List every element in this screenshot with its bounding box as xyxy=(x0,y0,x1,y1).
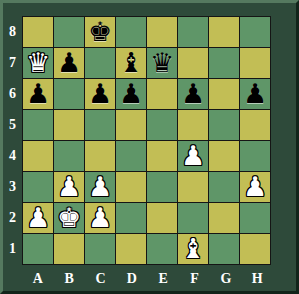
square-g7[interactable] xyxy=(209,48,239,78)
square-e6[interactable] xyxy=(147,79,177,109)
rank-label-8: 8 xyxy=(3,16,22,47)
black-king[interactable]: ♚ xyxy=(88,18,112,45)
square-g6[interactable] xyxy=(209,79,239,109)
white-pawn[interactable]: ♟ xyxy=(243,173,267,200)
black-pawn[interactable]: ♟ xyxy=(243,80,267,107)
file-label-a: A xyxy=(22,269,53,289)
square-a5[interactable] xyxy=(23,110,53,140)
square-h5[interactable] xyxy=(240,110,270,140)
square-d4[interactable] xyxy=(116,141,146,171)
square-e3[interactable] xyxy=(147,172,177,202)
white-pawn[interactable]: ♟ xyxy=(88,204,112,231)
file-label-b: B xyxy=(53,269,84,289)
rank-label-1: 1 xyxy=(3,234,22,265)
square-e8[interactable] xyxy=(147,17,177,47)
square-a4[interactable] xyxy=(23,141,53,171)
square-h3[interactable]: ♟ xyxy=(240,172,270,202)
square-a2[interactable]: ♟ xyxy=(23,203,53,233)
rank-label-6: 6 xyxy=(3,78,22,109)
chess-board[interactable]: ♚♛♟♝♛♟♟♟♟♟♟♟♟♟♟♚♟♝ xyxy=(22,16,271,265)
square-b6[interactable] xyxy=(54,79,84,109)
square-g1[interactable] xyxy=(209,234,239,264)
square-h4[interactable] xyxy=(240,141,270,171)
rank-label-3: 3 xyxy=(3,172,22,203)
square-e5[interactable] xyxy=(147,110,177,140)
square-c1[interactable] xyxy=(85,234,115,264)
file-label-d: D xyxy=(116,269,147,289)
square-d5[interactable] xyxy=(116,110,146,140)
rank-label-7: 7 xyxy=(3,47,22,78)
square-g3[interactable] xyxy=(209,172,239,202)
black-pawn[interactable]: ♟ xyxy=(57,49,81,76)
rank-label-5: 5 xyxy=(3,109,22,140)
square-b5[interactable] xyxy=(54,110,84,140)
square-h2[interactable] xyxy=(240,203,270,233)
file-label-e: E xyxy=(148,269,179,289)
square-e1[interactable] xyxy=(147,234,177,264)
black-bishop[interactable]: ♝ xyxy=(119,49,143,76)
white-bishop[interactable]: ♝ xyxy=(181,235,205,262)
square-d7[interactable]: ♝ xyxy=(116,48,146,78)
square-d1[interactable] xyxy=(116,234,146,264)
square-h7[interactable] xyxy=(240,48,270,78)
square-e7[interactable]: ♛ xyxy=(147,48,177,78)
square-b8[interactable] xyxy=(54,17,84,47)
square-f7[interactable] xyxy=(178,48,208,78)
square-c4[interactable] xyxy=(85,141,115,171)
square-f8[interactable] xyxy=(178,17,208,47)
square-a7[interactable]: ♛ xyxy=(23,48,53,78)
square-g2[interactable] xyxy=(209,203,239,233)
square-f6[interactable]: ♟ xyxy=(178,79,208,109)
square-d3[interactable] xyxy=(116,172,146,202)
square-c3[interactable]: ♟ xyxy=(85,172,115,202)
square-d2[interactable] xyxy=(116,203,146,233)
rank-label-4: 4 xyxy=(3,141,22,172)
square-e4[interactable] xyxy=(147,141,177,171)
white-pawn[interactable]: ♟ xyxy=(57,173,81,200)
file-label-h: H xyxy=(242,269,273,289)
file-label-c: C xyxy=(85,269,116,289)
square-f2[interactable] xyxy=(178,203,208,233)
square-a3[interactable] xyxy=(23,172,53,202)
square-h8[interactable] xyxy=(240,17,270,47)
black-pawn[interactable]: ♟ xyxy=(119,80,143,107)
square-h6[interactable]: ♟ xyxy=(240,79,270,109)
square-g4[interactable] xyxy=(209,141,239,171)
white-pawn[interactable]: ♟ xyxy=(26,204,50,231)
square-b1[interactable] xyxy=(54,234,84,264)
square-e2[interactable] xyxy=(147,203,177,233)
square-c7[interactable] xyxy=(85,48,115,78)
white-queen[interactable]: ♛ xyxy=(26,49,50,76)
square-f4[interactable]: ♟ xyxy=(178,141,208,171)
square-f3[interactable] xyxy=(178,172,208,202)
chess-window-frame: 87654321 ♚♛♟♝♛♟♟♟♟♟♟♟♟♟♟♚♟♝ ABCDEFGH xyxy=(0,0,299,294)
file-label-f: F xyxy=(179,269,210,289)
square-b7[interactable]: ♟ xyxy=(54,48,84,78)
file-label-g: G xyxy=(210,269,241,289)
square-c8[interactable]: ♚ xyxy=(85,17,115,47)
square-c6[interactable]: ♟ xyxy=(85,79,115,109)
square-a6[interactable]: ♟ xyxy=(23,79,53,109)
square-d8[interactable] xyxy=(116,17,146,47)
square-b2[interactable]: ♚ xyxy=(54,203,84,233)
black-pawn[interactable]: ♟ xyxy=(181,80,205,107)
rank-label-2: 2 xyxy=(3,203,22,234)
square-h1[interactable] xyxy=(240,234,270,264)
black-pawn[interactable]: ♟ xyxy=(26,80,50,107)
square-a1[interactable] xyxy=(23,234,53,264)
square-c2[interactable]: ♟ xyxy=(85,203,115,233)
white-pawn[interactable]: ♟ xyxy=(181,142,205,169)
file-labels: ABCDEFGH xyxy=(22,269,273,289)
rank-labels: 87654321 xyxy=(3,16,22,265)
square-b3[interactable]: ♟ xyxy=(54,172,84,202)
black-pawn[interactable]: ♟ xyxy=(88,80,112,107)
square-a8[interactable] xyxy=(23,17,53,47)
square-f5[interactable] xyxy=(178,110,208,140)
square-g5[interactable] xyxy=(209,110,239,140)
white-pawn[interactable]: ♟ xyxy=(88,173,112,200)
square-f1[interactable]: ♝ xyxy=(178,234,208,264)
black-queen[interactable]: ♛ xyxy=(150,49,174,76)
square-d6[interactable]: ♟ xyxy=(116,79,146,109)
square-c5[interactable] xyxy=(85,110,115,140)
square-g8[interactable] xyxy=(209,17,239,47)
white-king[interactable]: ♚ xyxy=(57,204,81,231)
square-b4[interactable] xyxy=(54,141,84,171)
